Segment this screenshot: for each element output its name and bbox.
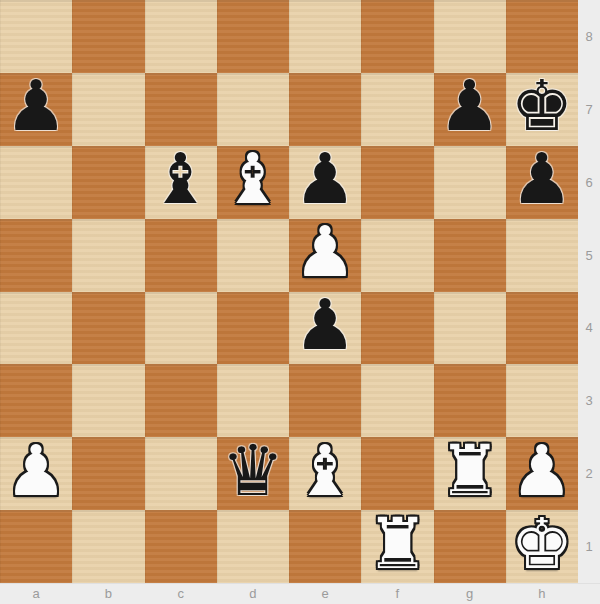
square-c2[interactable] (145, 437, 217, 510)
black-bishop[interactable]: ♝ (149, 144, 212, 214)
square-g6[interactable] (434, 146, 506, 219)
square-b8[interactable] (72, 0, 144, 73)
square-c3[interactable] (145, 364, 217, 437)
file-label-b: b (72, 583, 144, 604)
rank-coordinates: 87654321 (578, 0, 600, 583)
rank-label-5: 5 (578, 219, 600, 292)
square-b4[interactable] (72, 292, 144, 365)
rank-label-4: 4 (578, 292, 600, 365)
square-c5[interactable] (145, 219, 217, 292)
file-label-a: a (0, 583, 72, 604)
white-pawn[interactable]: ♟ (510, 436, 573, 506)
square-e8[interactable] (289, 0, 361, 73)
square-g4[interactable] (434, 292, 506, 365)
square-e4[interactable]: ♟ (289, 292, 361, 365)
chess-board: ♟♟♚♝♝♟♟♟♟♟♛♝♜♟♜♚ (0, 0, 578, 583)
square-a6[interactable] (0, 146, 72, 219)
square-d2[interactable]: ♛ (217, 437, 289, 510)
rank-label-1: 1 (578, 510, 600, 583)
file-coordinates: abcdefgh (0, 583, 578, 604)
square-h3[interactable] (506, 364, 578, 437)
file-label-f: f (361, 583, 433, 604)
file-label-e: e (289, 583, 361, 604)
file-label-g: g (434, 583, 506, 604)
rank-label-2: 2 (578, 437, 600, 510)
square-d7[interactable] (217, 73, 289, 146)
square-f3[interactable] (361, 364, 433, 437)
square-d5[interactable] (217, 219, 289, 292)
square-b6[interactable] (72, 146, 144, 219)
square-d8[interactable] (217, 0, 289, 73)
black-pawn[interactable]: ♟ (438, 71, 501, 141)
file-label-d: d (217, 583, 289, 604)
square-a7[interactable]: ♟ (0, 73, 72, 146)
white-pawn[interactable]: ♟ (294, 217, 357, 287)
square-a8[interactable] (0, 0, 72, 73)
black-king[interactable]: ♚ (510, 71, 573, 141)
file-label-h: h (506, 583, 578, 604)
square-b2[interactable] (72, 437, 144, 510)
square-g8[interactable] (434, 0, 506, 73)
square-e3[interactable] (289, 364, 361, 437)
black-queen[interactable]: ♛ (221, 436, 284, 506)
square-c7[interactable] (145, 73, 217, 146)
square-h4[interactable] (506, 292, 578, 365)
rank-label-8: 8 (578, 0, 600, 73)
rank-label-6: 6 (578, 146, 600, 219)
square-f8[interactable] (361, 0, 433, 73)
black-pawn[interactable]: ♟ (294, 290, 357, 360)
black-pawn[interactable]: ♟ (5, 71, 68, 141)
square-g3[interactable] (434, 364, 506, 437)
square-a2[interactable]: ♟ (0, 437, 72, 510)
square-h7[interactable]: ♚ (506, 73, 578, 146)
square-e2[interactable]: ♝ (289, 437, 361, 510)
square-f4[interactable] (361, 292, 433, 365)
rank-label-3: 3 (578, 364, 600, 437)
square-c4[interactable] (145, 292, 217, 365)
black-pawn[interactable]: ♟ (510, 144, 573, 214)
square-c1[interactable] (145, 510, 217, 583)
file-label-c: c (145, 583, 217, 604)
square-h2[interactable]: ♟ (506, 437, 578, 510)
white-bishop[interactable]: ♝ (221, 144, 284, 214)
square-a4[interactable] (0, 292, 72, 365)
square-c8[interactable] (145, 0, 217, 73)
square-g5[interactable] (434, 219, 506, 292)
square-b1[interactable] (72, 510, 144, 583)
square-g1[interactable] (434, 510, 506, 583)
square-h6[interactable]: ♟ (506, 146, 578, 219)
white-pawn[interactable]: ♟ (5, 436, 68, 506)
square-e7[interactable] (289, 73, 361, 146)
square-f5[interactable] (361, 219, 433, 292)
square-g7[interactable]: ♟ (434, 73, 506, 146)
square-a5[interactable] (0, 219, 72, 292)
square-d3[interactable] (217, 364, 289, 437)
square-f2[interactable] (361, 437, 433, 510)
square-h5[interactable] (506, 219, 578, 292)
white-bishop[interactable]: ♝ (294, 436, 357, 506)
square-e1[interactable] (289, 510, 361, 583)
white-rook[interactable]: ♜ (366, 509, 429, 579)
rank-label-7: 7 (578, 73, 600, 146)
square-d6[interactable]: ♝ (217, 146, 289, 219)
square-d1[interactable] (217, 510, 289, 583)
square-f1[interactable]: ♜ (361, 510, 433, 583)
square-e6[interactable]: ♟ (289, 146, 361, 219)
chess-app: ♟♟♚♝♝♟♟♟♟♟♛♝♜♟♜♚ 87654321 abcdefgh (0, 0, 600, 604)
square-b5[interactable] (72, 219, 144, 292)
white-king[interactable]: ♚ (510, 509, 573, 579)
white-rook[interactable]: ♜ (438, 436, 501, 506)
square-f7[interactable] (361, 73, 433, 146)
square-b3[interactable] (72, 364, 144, 437)
square-a3[interactable] (0, 364, 72, 437)
square-a1[interactable] (0, 510, 72, 583)
square-h1[interactable]: ♚ (506, 510, 578, 583)
square-b7[interactable] (72, 73, 144, 146)
square-f6[interactable] (361, 146, 433, 219)
black-pawn[interactable]: ♟ (294, 144, 357, 214)
square-e5[interactable]: ♟ (289, 219, 361, 292)
square-h8[interactable] (506, 0, 578, 73)
square-d4[interactable] (217, 292, 289, 365)
square-c6[interactable]: ♝ (145, 146, 217, 219)
square-g2[interactable]: ♜ (434, 437, 506, 510)
